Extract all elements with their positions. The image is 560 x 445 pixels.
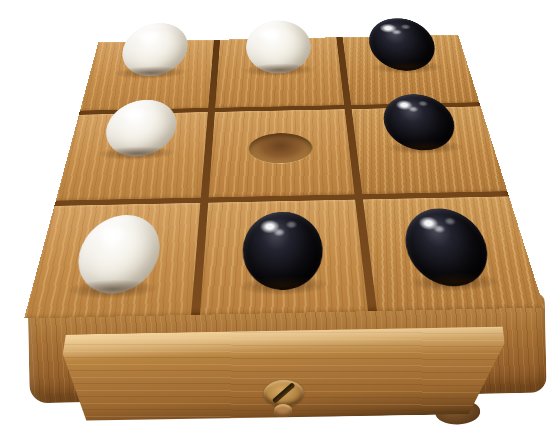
black-marble[interactable]: ● <box>400 208 497 287</box>
white-marble[interactable]: ○ <box>116 23 190 77</box>
black-marble[interactable]: ● <box>365 18 441 72</box>
piece-glyph: ○ <box>245 20 312 74</box>
white-marble[interactable]: ○ <box>245 20 312 74</box>
latch-keeper <box>274 404 292 417</box>
marble-dimple <box>248 133 313 164</box>
piece-glyph: ● <box>400 208 497 287</box>
cell-r3c1[interactable]: ○ <box>24 203 201 318</box>
piece-glyph: ○ <box>70 215 164 295</box>
piece-glyph: ● <box>242 211 326 291</box>
piece-glyph: ○ <box>100 99 179 157</box>
piece-glyph: ● <box>365 18 441 72</box>
cell-r2c1[interactable]: ○ <box>56 112 208 201</box>
white-marble[interactable]: ○ <box>100 99 179 157</box>
black-marble[interactable]: ● <box>242 211 326 291</box>
photo-background: ○ ○ ● ○ ● ○ <box>0 0 560 445</box>
cell-r2c2[interactable] <box>209 109 354 198</box>
cell-r3c2[interactable]: ● <box>200 200 367 315</box>
white-marble[interactable]: ○ <box>70 215 164 295</box>
screw-slot <box>272 382 296 404</box>
cell-r1c2[interactable]: ○ <box>215 37 343 107</box>
piece-glyph: ○ <box>116 23 190 77</box>
cell-r2c3[interactable]: ● <box>351 106 507 194</box>
cell-r3c3[interactable]: ● <box>363 197 544 311</box>
tic-tac-toe-board: ○ ○ ● ○ ● ○ <box>24 35 544 319</box>
board-scene: ○ ○ ● ○ ● ○ <box>0 0 560 445</box>
